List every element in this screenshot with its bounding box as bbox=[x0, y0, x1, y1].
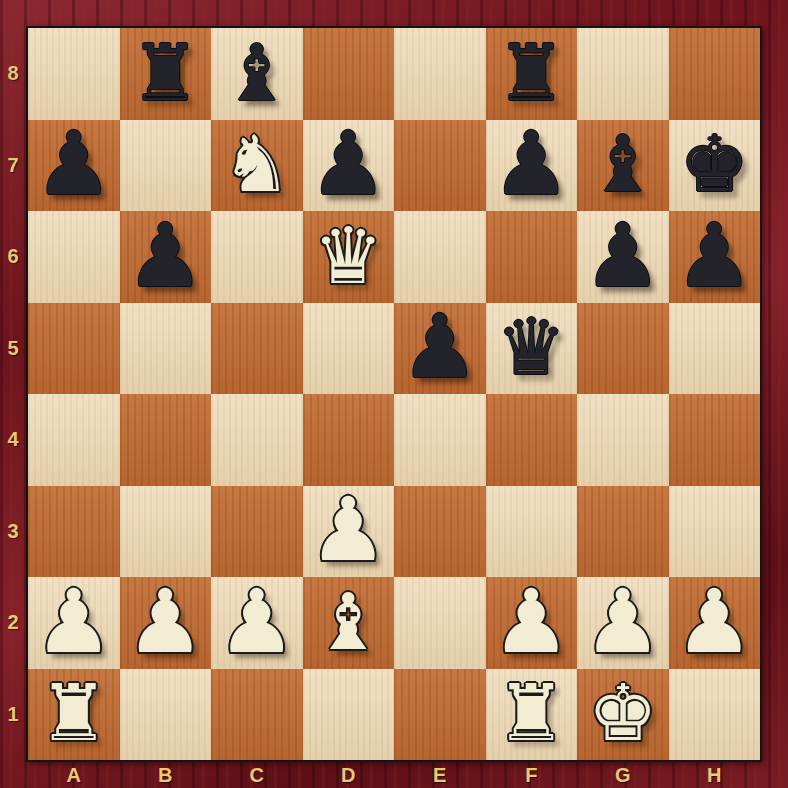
file-label-c: C bbox=[211, 762, 303, 788]
square-g1[interactable]: ♚ bbox=[577, 669, 669, 761]
square-a2[interactable]: ♟ bbox=[28, 577, 120, 669]
file-label-h: H bbox=[669, 762, 761, 788]
square-d8[interactable] bbox=[303, 28, 395, 120]
rank-label-3: 3 bbox=[0, 486, 26, 578]
square-a6[interactable] bbox=[28, 211, 120, 303]
square-e8[interactable] bbox=[394, 28, 486, 120]
square-a1[interactable]: ♜ bbox=[28, 669, 120, 761]
rank-label-7: 7 bbox=[0, 120, 26, 212]
square-b1[interactable] bbox=[120, 669, 212, 761]
file-label-d: D bbox=[303, 762, 395, 788]
file-label-a: A bbox=[28, 762, 120, 788]
piece-black-pawn: ♟ bbox=[309, 120, 388, 208]
square-b3[interactable] bbox=[120, 486, 212, 578]
square-e5[interactable]: ♟ bbox=[394, 303, 486, 395]
square-g5[interactable] bbox=[577, 303, 669, 395]
piece-black-pawn: ♟ bbox=[400, 303, 479, 391]
file-label-e: E bbox=[394, 762, 486, 788]
rank-label-1: 1 bbox=[0, 669, 26, 761]
piece-white-rook: ♜ bbox=[39, 674, 109, 752]
chess-board: ♜♝♜♟♞♟♟♝♚♟♛♟♟♟♛♟♟♟♟♝♟♟♟♜♜♚ bbox=[26, 26, 762, 762]
square-b4[interactable] bbox=[120, 394, 212, 486]
chess-diagram: ♜♝♜♟♞♟♟♝♚♟♛♟♟♟♛♟♟♟♟♝♟♟♟♜♜♚ 87654321 ABCD… bbox=[0, 0, 788, 788]
square-c6[interactable] bbox=[211, 211, 303, 303]
piece-black-pawn: ♟ bbox=[492, 120, 571, 208]
square-f1[interactable]: ♜ bbox=[486, 669, 578, 761]
square-h1[interactable] bbox=[669, 669, 761, 761]
piece-white-pawn: ♟ bbox=[217, 578, 296, 666]
piece-white-pawn: ♟ bbox=[34, 578, 113, 666]
piece-black-queen: ♛ bbox=[496, 308, 566, 386]
piece-white-pawn: ♟ bbox=[492, 578, 571, 666]
file-label-g: G bbox=[577, 762, 669, 788]
piece-black-king: ♚ bbox=[679, 125, 749, 203]
square-e3[interactable] bbox=[394, 486, 486, 578]
piece-white-pawn: ♟ bbox=[583, 578, 662, 666]
square-d7[interactable]: ♟ bbox=[303, 120, 395, 212]
square-h8[interactable] bbox=[669, 28, 761, 120]
rank-label-2: 2 bbox=[0, 577, 26, 669]
piece-black-rook: ♜ bbox=[496, 34, 566, 112]
rank-label-6: 6 bbox=[0, 211, 26, 303]
square-c8[interactable]: ♝ bbox=[211, 28, 303, 120]
square-a8[interactable] bbox=[28, 28, 120, 120]
square-e1[interactable] bbox=[394, 669, 486, 761]
rank-label-4: 4 bbox=[0, 394, 26, 486]
square-a5[interactable] bbox=[28, 303, 120, 395]
square-g2[interactable]: ♟ bbox=[577, 577, 669, 669]
square-g4[interactable] bbox=[577, 394, 669, 486]
square-b5[interactable] bbox=[120, 303, 212, 395]
rank-label-8: 8 bbox=[0, 28, 26, 120]
square-d2[interactable]: ♝ bbox=[303, 577, 395, 669]
square-f4[interactable] bbox=[486, 394, 578, 486]
square-a4[interactable] bbox=[28, 394, 120, 486]
piece-black-pawn: ♟ bbox=[126, 212, 205, 300]
rank-label-5: 5 bbox=[0, 303, 26, 395]
piece-black-pawn: ♟ bbox=[34, 120, 113, 208]
square-e7[interactable] bbox=[394, 120, 486, 212]
square-f6[interactable] bbox=[486, 211, 578, 303]
square-h4[interactable] bbox=[669, 394, 761, 486]
piece-white-pawn: ♟ bbox=[675, 578, 754, 666]
piece-black-bishop: ♝ bbox=[588, 125, 658, 203]
piece-white-queen: ♛ bbox=[313, 217, 383, 295]
square-f5[interactable]: ♛ bbox=[486, 303, 578, 395]
piece-black-pawn: ♟ bbox=[583, 212, 662, 300]
square-f3[interactable] bbox=[486, 486, 578, 578]
square-f2[interactable]: ♟ bbox=[486, 577, 578, 669]
square-d4[interactable] bbox=[303, 394, 395, 486]
piece-white-bishop: ♝ bbox=[313, 583, 383, 661]
square-e6[interactable] bbox=[394, 211, 486, 303]
square-d6[interactable]: ♛ bbox=[303, 211, 395, 303]
square-c2[interactable]: ♟ bbox=[211, 577, 303, 669]
piece-black-bishop: ♝ bbox=[222, 34, 292, 112]
piece-white-king: ♚ bbox=[588, 674, 658, 752]
piece-black-rook: ♜ bbox=[130, 34, 200, 112]
file-label-b: B bbox=[120, 762, 212, 788]
square-d1[interactable] bbox=[303, 669, 395, 761]
file-labels: ABCDEFGH bbox=[28, 762, 760, 788]
piece-white-pawn: ♟ bbox=[126, 578, 205, 666]
square-g7[interactable]: ♝ bbox=[577, 120, 669, 212]
square-b6[interactable]: ♟ bbox=[120, 211, 212, 303]
square-g3[interactable] bbox=[577, 486, 669, 578]
piece-white-pawn: ♟ bbox=[309, 486, 388, 574]
square-h7[interactable]: ♚ bbox=[669, 120, 761, 212]
file-label-f: F bbox=[486, 762, 578, 788]
square-c5[interactable] bbox=[211, 303, 303, 395]
square-c1[interactable] bbox=[211, 669, 303, 761]
square-c4[interactable] bbox=[211, 394, 303, 486]
square-e2[interactable] bbox=[394, 577, 486, 669]
square-g8[interactable] bbox=[577, 28, 669, 120]
square-h6[interactable]: ♟ bbox=[669, 211, 761, 303]
piece-black-pawn: ♟ bbox=[675, 212, 754, 300]
square-c7[interactable]: ♞ bbox=[211, 120, 303, 212]
square-a3[interactable] bbox=[28, 486, 120, 578]
square-e4[interactable] bbox=[394, 394, 486, 486]
piece-white-rook: ♜ bbox=[496, 674, 566, 752]
piece-white-knight: ♞ bbox=[222, 125, 292, 203]
square-b8[interactable]: ♜ bbox=[120, 28, 212, 120]
square-d3[interactable]: ♟ bbox=[303, 486, 395, 578]
square-c3[interactable] bbox=[211, 486, 303, 578]
square-f7[interactable]: ♟ bbox=[486, 120, 578, 212]
square-h2[interactable]: ♟ bbox=[669, 577, 761, 669]
square-a7[interactable]: ♟ bbox=[28, 120, 120, 212]
square-f8[interactable]: ♜ bbox=[486, 28, 578, 120]
square-g6[interactable]: ♟ bbox=[577, 211, 669, 303]
square-d5[interactable] bbox=[303, 303, 395, 395]
square-b7[interactable] bbox=[120, 120, 212, 212]
square-h5[interactable] bbox=[669, 303, 761, 395]
square-b2[interactable]: ♟ bbox=[120, 577, 212, 669]
square-h3[interactable] bbox=[669, 486, 761, 578]
rank-labels: 87654321 bbox=[0, 28, 26, 760]
